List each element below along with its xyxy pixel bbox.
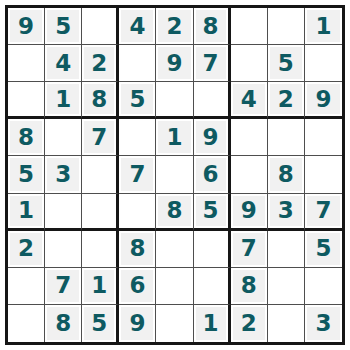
cell-r3c6[interactable] [194,82,231,119]
cell-r8c8[interactable] [268,268,305,305]
cell-r2c8: 5 [268,45,305,82]
cell-r2c1[interactable] [8,45,45,82]
cell-r3c4: 5 [119,82,156,119]
cell-r6c8: 3 [268,194,305,231]
cell-r5c6: 6 [194,156,231,193]
cell-r1c8[interactable] [268,8,305,45]
cell-r9c7: 2 [231,305,268,342]
cell-r4c5: 1 [156,119,193,156]
cell-r1c4: 4 [119,8,156,45]
cell-r5c5[interactable] [156,156,193,193]
cell-r8c2: 7 [45,268,82,305]
cell-r6c7: 9 [231,194,268,231]
cell-r5c2: 3 [45,156,82,193]
cell-r1c7[interactable] [231,8,268,45]
cell-r9c2: 8 [45,305,82,342]
page: 9542814297518542987195376818593728757168… [0,0,350,350]
cell-r5c4: 7 [119,156,156,193]
cell-r9c3: 5 [82,305,119,342]
cell-r7c7: 7 [231,231,268,268]
cell-r4c8[interactable] [268,119,305,156]
cell-r3c7: 4 [231,82,268,119]
cell-r2c9[interactable] [305,45,342,82]
cell-r1c1: 9 [8,8,45,45]
sudoku-board: 9542814297518542987195376818593728757168… [5,5,345,345]
cell-r1c3[interactable] [82,8,119,45]
cell-r1c5: 2 [156,8,193,45]
cell-r7c6[interactable] [194,231,231,268]
cell-r9c4: 9 [119,305,156,342]
cell-r7c4: 8 [119,231,156,268]
cell-r3c3: 8 [82,82,119,119]
cell-r2c7[interactable] [231,45,268,82]
cell-r9c8[interactable] [268,305,305,342]
cell-r1c6: 8 [194,8,231,45]
cell-r7c8[interactable] [268,231,305,268]
cell-r6c6: 5 [194,194,231,231]
cell-r6c5: 8 [156,194,193,231]
cell-r4c2[interactable] [45,119,82,156]
cell-r9c6: 1 [194,305,231,342]
cell-r9c1[interactable] [8,305,45,342]
cell-r9c9: 3 [305,305,342,342]
cell-r2c4[interactable] [119,45,156,82]
cell-r7c5[interactable] [156,231,193,268]
cell-r1c9: 1 [305,8,342,45]
cell-r8c4: 6 [119,268,156,305]
cell-r6c2[interactable] [45,194,82,231]
cell-r3c1[interactable] [8,82,45,119]
cell-r8c6[interactable] [194,268,231,305]
cell-r4c1: 8 [8,119,45,156]
cell-r8c3: 1 [82,268,119,305]
cell-r7c9: 5 [305,231,342,268]
cell-r5c9[interactable] [305,156,342,193]
cell-r4c4[interactable] [119,119,156,156]
cell-r9c5[interactable] [156,305,193,342]
cell-r4c3: 7 [82,119,119,156]
cell-r6c9: 7 [305,194,342,231]
cell-r5c8: 8 [268,156,305,193]
cell-r8c9[interactable] [305,268,342,305]
cell-r7c3[interactable] [82,231,119,268]
cell-r6c4[interactable] [119,194,156,231]
cell-r3c8: 2 [268,82,305,119]
cell-r2c2: 4 [45,45,82,82]
cell-r7c2[interactable] [45,231,82,268]
cell-r5c7[interactable] [231,156,268,193]
cell-r4c9[interactable] [305,119,342,156]
cell-r5c3[interactable] [82,156,119,193]
cell-r6c3[interactable] [82,194,119,231]
cell-r6c1: 1 [8,194,45,231]
cell-r2c6: 7 [194,45,231,82]
cell-r4c6: 9 [194,119,231,156]
cell-r8c1[interactable] [8,268,45,305]
cell-r2c5: 9 [156,45,193,82]
cell-r7c1: 2 [8,231,45,268]
cell-r3c5[interactable] [156,82,193,119]
cell-r5c1: 5 [8,156,45,193]
cell-r3c9: 9 [305,82,342,119]
cell-r2c3: 2 [82,45,119,82]
cell-r1c2: 5 [45,8,82,45]
cell-r3c2: 1 [45,82,82,119]
cell-r8c7: 8 [231,268,268,305]
cell-r8c5[interactable] [156,268,193,305]
cell-r4c7[interactable] [231,119,268,156]
